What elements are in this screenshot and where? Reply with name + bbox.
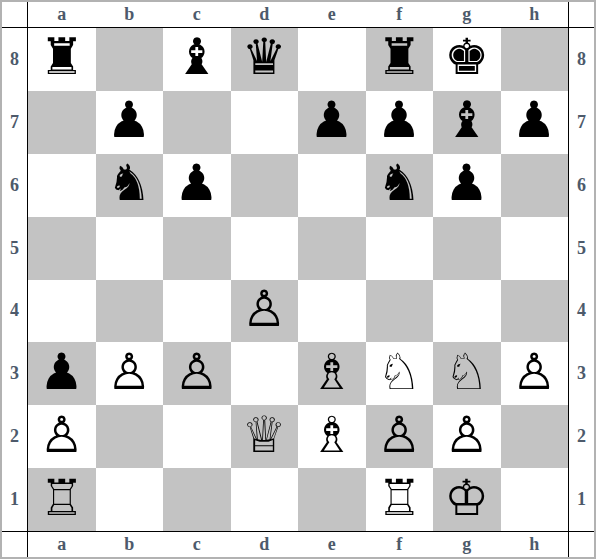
square-e2[interactable]: ♗: [298, 405, 366, 468]
square-d5[interactable]: [231, 217, 299, 280]
square-f7[interactable]: ♟: [366, 91, 434, 154]
square-c6[interactable]: ♟: [163, 154, 231, 217]
file-label-e-bottom: e: [298, 531, 366, 557]
square-h5[interactable]: [501, 217, 569, 280]
piece-white-bishop-e2[interactable]: ♗: [309, 410, 354, 460]
square-h6[interactable]: [501, 154, 569, 217]
square-g6[interactable]: ♟: [433, 154, 501, 217]
file-label-e-top: e: [298, 2, 366, 28]
rank-label-1-right: 1: [568, 468, 594, 531]
square-f5[interactable]: [366, 217, 434, 280]
square-c8[interactable]: ♝: [163, 28, 231, 91]
square-c4[interactable]: [163, 280, 231, 343]
piece-white-rook-a1[interactable]: ♖: [39, 473, 84, 523]
square-a3[interactable]: ♟: [28, 342, 96, 405]
square-h7[interactable]: ♟: [501, 91, 569, 154]
square-f1[interactable]: ♖: [366, 468, 434, 531]
rank-label-6-left: 6: [2, 154, 28, 217]
file-label-f-bottom: f: [366, 531, 434, 557]
square-d7[interactable]: [231, 91, 299, 154]
rank-label-4-left: 4: [2, 280, 28, 343]
square-h8[interactable]: [501, 28, 569, 91]
piece-black-pawn-h7[interactable]: ♟: [512, 95, 557, 145]
piece-black-pawn-g6[interactable]: ♟: [444, 158, 489, 208]
square-e1[interactable]: [298, 468, 366, 531]
piece-white-pawn-a2[interactable]: ♙: [39, 410, 84, 460]
rank-label-3-right: 3: [568, 342, 594, 405]
file-label-c-bottom: c: [163, 531, 231, 557]
square-f3[interactable]: ♘: [366, 342, 434, 405]
square-b5[interactable]: [96, 217, 164, 280]
file-label-d-top: d: [231, 2, 299, 28]
square-b7[interactable]: ♟: [96, 91, 164, 154]
rank-label-2-right: 2: [568, 405, 594, 468]
square-c2[interactable]: [163, 405, 231, 468]
square-c7[interactable]: [163, 91, 231, 154]
piece-white-bishop-e3[interactable]: ♗: [309, 347, 354, 397]
square-e7[interactable]: ♟: [298, 91, 366, 154]
file-label-b-top: b: [96, 2, 164, 28]
rank-label-8-left: 8: [2, 28, 28, 91]
piece-white-pawn-c3[interactable]: ♙: [174, 347, 219, 397]
rank-label-2-left: 2: [2, 405, 28, 468]
square-g5[interactable]: [433, 217, 501, 280]
square-g7[interactable]: ♝: [433, 91, 501, 154]
file-label-a-bottom: a: [28, 531, 96, 557]
square-a6[interactable]: [28, 154, 96, 217]
file-label-g-top: g: [433, 2, 501, 28]
corner-bottom-left: [2, 531, 28, 557]
square-b4[interactable]: [96, 280, 164, 343]
square-d3[interactable]: [231, 342, 299, 405]
square-g4[interactable]: [433, 280, 501, 343]
square-d1[interactable]: [231, 468, 299, 531]
square-d2[interactable]: ♕: [231, 405, 299, 468]
rank-label-1-left: 1: [2, 468, 28, 531]
square-h4[interactable]: [501, 280, 569, 343]
piece-black-knight-f6[interactable]: ♞: [377, 158, 422, 208]
piece-black-rook-f8[interactable]: ♜: [377, 32, 422, 82]
square-c3[interactable]: ♙: [163, 342, 231, 405]
file-label-b-bottom: b: [96, 531, 164, 557]
square-g3[interactable]: ♘: [433, 342, 501, 405]
file-label-h-top: h: [501, 2, 569, 28]
square-a1[interactable]: ♖: [28, 468, 96, 531]
piece-white-queen-d2[interactable]: ♕: [242, 410, 287, 460]
piece-white-knight-f3[interactable]: ♘: [377, 347, 422, 397]
piece-black-bishop-g7[interactable]: ♝: [444, 95, 489, 145]
square-g1[interactable]: ♔: [433, 468, 501, 531]
piece-black-king-g8[interactable]: ♚: [444, 32, 489, 82]
piece-white-pawn-g2[interactable]: ♙: [444, 410, 489, 460]
rank-label-5-right: 5: [568, 217, 594, 280]
square-f4[interactable]: [366, 280, 434, 343]
square-e3[interactable]: ♗: [298, 342, 366, 405]
chessboard-frame: abcdefgh8♜♝♛♜♚87♟♟♟♝♟76♞♟♞♟6554♙43♟♙♙♗♘♘…: [0, 0, 596, 559]
square-g8[interactable]: ♚: [433, 28, 501, 91]
file-label-a-top: a: [28, 2, 96, 28]
piece-white-knight-g3[interactable]: ♘: [444, 347, 489, 397]
file-label-c-top: c: [163, 2, 231, 28]
piece-black-pawn-a3[interactable]: ♟: [39, 347, 84, 397]
square-d8[interactable]: ♛: [231, 28, 299, 91]
square-b8[interactable]: [96, 28, 164, 91]
rank-label-3-left: 3: [2, 342, 28, 405]
piece-white-pawn-h3[interactable]: ♙: [512, 347, 557, 397]
square-c5[interactable]: [163, 217, 231, 280]
square-h2[interactable]: [501, 405, 569, 468]
square-g2[interactable]: ♙: [433, 405, 501, 468]
rank-label-5-left: 5: [2, 217, 28, 280]
square-a7[interactable]: [28, 91, 96, 154]
file-label-g-bottom: g: [433, 531, 501, 557]
rank-label-6-right: 6: [568, 154, 594, 217]
square-a4[interactable]: [28, 280, 96, 343]
corner-top-left: [2, 2, 28, 28]
square-f8[interactable]: ♜: [366, 28, 434, 91]
square-a8[interactable]: ♜: [28, 28, 96, 91]
piece-black-pawn-b7[interactable]: ♟: [107, 95, 152, 145]
square-d6[interactable]: [231, 154, 299, 217]
piece-black-pawn-c6[interactable]: ♟: [174, 158, 219, 208]
file-label-f-top: f: [366, 2, 434, 28]
piece-white-pawn-f2[interactable]: ♙: [377, 410, 422, 460]
piece-black-rook-a8[interactable]: ♜: [39, 32, 84, 82]
piece-black-knight-b6[interactable]: ♞: [107, 158, 152, 208]
square-f2[interactable]: ♙: [366, 405, 434, 468]
square-d4[interactable]: ♙: [231, 280, 299, 343]
square-b2[interactable]: [96, 405, 164, 468]
square-b3[interactable]: ♙: [96, 342, 164, 405]
piece-white-pawn-d4[interactable]: ♙: [242, 284, 287, 334]
rank-label-7-left: 7: [2, 91, 28, 154]
file-label-d-bottom: d: [231, 531, 299, 557]
square-c1[interactable]: [163, 468, 231, 531]
piece-black-pawn-e7[interactable]: ♟: [309, 95, 354, 145]
square-e6[interactable]: [298, 154, 366, 217]
chessboard: abcdefgh8♜♝♛♜♚87♟♟♟♝♟76♞♟♞♟6554♙43♟♙♙♗♘♘…: [2, 2, 594, 557]
square-e5[interactable]: [298, 217, 366, 280]
square-e8[interactable]: [298, 28, 366, 91]
rank-label-4-right: 4: [568, 280, 594, 343]
rank-label-7-right: 7: [568, 91, 594, 154]
square-b1[interactable]: [96, 468, 164, 531]
piece-white-king-g1[interactable]: ♔: [444, 473, 489, 523]
piece-white-rook-f1[interactable]: ♖: [377, 473, 422, 523]
square-a5[interactable]: [28, 217, 96, 280]
square-f6[interactable]: ♞: [366, 154, 434, 217]
piece-black-pawn-f7[interactable]: ♟: [377, 95, 422, 145]
piece-white-pawn-b3[interactable]: ♙: [107, 347, 152, 397]
square-h3[interactable]: ♙: [501, 342, 569, 405]
square-e4[interactable]: [298, 280, 366, 343]
square-b6[interactable]: ♞: [96, 154, 164, 217]
corner-top-right: [568, 2, 594, 28]
file-label-h-bottom: h: [501, 531, 569, 557]
piece-black-bishop-c8[interactable]: ♝: [174, 32, 219, 82]
rank-label-8-right: 8: [568, 28, 594, 91]
square-a2[interactable]: ♙: [28, 405, 96, 468]
square-h1[interactable]: [501, 468, 569, 531]
piece-black-queen-d8[interactable]: ♛: [242, 32, 287, 82]
corner-bottom-right: [568, 531, 594, 557]
